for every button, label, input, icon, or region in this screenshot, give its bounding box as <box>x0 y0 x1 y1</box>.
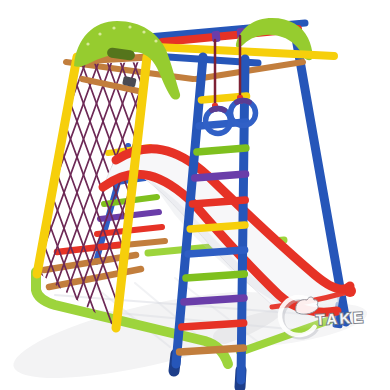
screw-dot <box>112 26 115 29</box>
screw-dot <box>154 39 157 42</box>
generated-line <box>192 200 245 204</box>
screw-dot <box>142 30 145 33</box>
generated-line <box>190 225 245 229</box>
generated-line <box>186 274 244 278</box>
generated-line <box>195 174 246 178</box>
generated-line <box>188 250 245 254</box>
slide-rail-tip-curl <box>344 285 356 297</box>
screenshot-root: TAKE <box>0 0 390 390</box>
generated-line <box>182 323 244 327</box>
generated-line <box>197 148 246 152</box>
generated-line <box>180 348 244 352</box>
ladder-right-rail <box>241 59 245 380</box>
screw-dot <box>128 25 131 28</box>
net-frame-left-rail <box>37 57 77 274</box>
generated-line <box>0 50 38 338</box>
ring-sleeve <box>212 109 224 111</box>
product-photo-svg: TAKE <box>0 0 390 390</box>
screw-dot <box>86 42 89 45</box>
watermark-text: TAKE <box>315 308 366 328</box>
generated-line <box>0 50 25 338</box>
generated-line <box>57 244 126 252</box>
ring-sleeve <box>237 101 249 103</box>
generated-line <box>0 50 12 338</box>
screw-dot <box>98 32 101 35</box>
generated-line <box>184 298 244 302</box>
